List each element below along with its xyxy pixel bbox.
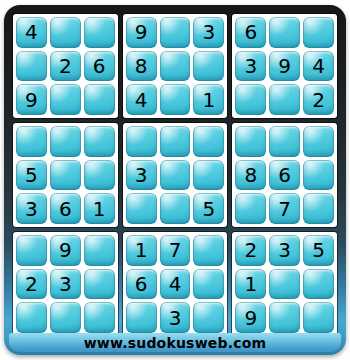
cell-r3c1[interactable]: 9 bbox=[16, 84, 47, 115]
cell-r2c7[interactable]: 3 bbox=[235, 51, 266, 82]
cell-r5c7[interactable]: 8 bbox=[235, 160, 266, 191]
cell-r3c7[interactable] bbox=[235, 84, 266, 115]
cell-r4c4[interactable] bbox=[126, 126, 157, 157]
sudoku-frame: 426993841639425361358679231764323519 www… bbox=[4, 5, 346, 355]
cell-r9c3[interactable] bbox=[84, 302, 115, 333]
cell-r2c9[interactable]: 4 bbox=[303, 51, 334, 82]
cell-r1c6[interactable]: 3 bbox=[193, 17, 224, 48]
box-r2c1: 17643 bbox=[123, 232, 228, 336]
cell-r8c3[interactable] bbox=[84, 269, 115, 300]
cell-r6c8[interactable]: 7 bbox=[269, 193, 300, 224]
cell-r1c5[interactable] bbox=[160, 17, 191, 48]
cell-r9c8[interactable] bbox=[269, 302, 300, 333]
cell-r1c9[interactable] bbox=[303, 17, 334, 48]
cell-r7c5[interactable]: 7 bbox=[160, 235, 191, 266]
sudoku-board: 426993841639425361358679231764323519 bbox=[13, 14, 337, 336]
cell-r3c2[interactable] bbox=[50, 84, 81, 115]
cell-r2c8[interactable]: 9 bbox=[269, 51, 300, 82]
cell-r6c4[interactable] bbox=[126, 193, 157, 224]
cell-r6c1[interactable]: 3 bbox=[16, 193, 47, 224]
cell-r1c7[interactable]: 6 bbox=[235, 17, 266, 48]
cell-r9c6[interactable] bbox=[193, 302, 224, 333]
cell-r7c4[interactable]: 1 bbox=[126, 235, 157, 266]
cell-r7c7[interactable]: 2 bbox=[235, 235, 266, 266]
site-url-link[interactable]: www.sudokusweb.com bbox=[84, 335, 267, 351]
cell-r3c8[interactable] bbox=[269, 84, 300, 115]
cell-r2c2[interactable]: 2 bbox=[50, 51, 81, 82]
box-r0c1: 93841 bbox=[123, 14, 228, 118]
box-r0c0: 4269 bbox=[13, 14, 118, 118]
cell-r1c3[interactable] bbox=[84, 17, 115, 48]
cell-r5c3[interactable] bbox=[84, 160, 115, 191]
cell-r6c5[interactable] bbox=[160, 193, 191, 224]
cell-r6c9[interactable] bbox=[303, 193, 334, 224]
cell-r8c1[interactable]: 2 bbox=[16, 269, 47, 300]
box-r0c2: 63942 bbox=[232, 14, 337, 118]
cell-r4c3[interactable] bbox=[84, 126, 115, 157]
cell-r7c3[interactable] bbox=[84, 235, 115, 266]
cell-r3c4[interactable]: 4 bbox=[126, 84, 157, 115]
cell-r2c5[interactable] bbox=[160, 51, 191, 82]
cell-r9c4[interactable] bbox=[126, 302, 157, 333]
box-r2c2: 23519 bbox=[232, 232, 337, 336]
cell-r6c7[interactable] bbox=[235, 193, 266, 224]
cell-r7c9[interactable]: 5 bbox=[303, 235, 334, 266]
cell-r1c2[interactable] bbox=[50, 17, 81, 48]
cell-r2c4[interactable]: 8 bbox=[126, 51, 157, 82]
cell-r4c7[interactable] bbox=[235, 126, 266, 157]
cell-r8c5[interactable]: 4 bbox=[160, 269, 191, 300]
cell-r5c2[interactable] bbox=[50, 160, 81, 191]
cell-r6c3[interactable]: 1 bbox=[84, 193, 115, 224]
cell-r8c7[interactable]: 1 bbox=[235, 269, 266, 300]
cell-r5c1[interactable]: 5 bbox=[16, 160, 47, 191]
footer-band: www.sudokusweb.com bbox=[9, 333, 341, 352]
cell-r5c6[interactable] bbox=[193, 160, 224, 191]
cell-r4c5[interactable] bbox=[160, 126, 191, 157]
cell-r7c6[interactable] bbox=[193, 235, 224, 266]
box-r1c1: 35 bbox=[123, 123, 228, 227]
cell-r7c2[interactable]: 9 bbox=[50, 235, 81, 266]
box-r1c0: 5361 bbox=[13, 123, 118, 227]
cell-r4c9[interactable] bbox=[303, 126, 334, 157]
cell-r3c9[interactable]: 2 bbox=[303, 84, 334, 115]
cell-r1c8[interactable] bbox=[269, 17, 300, 48]
cell-r4c2[interactable] bbox=[50, 126, 81, 157]
cell-r5c9[interactable] bbox=[303, 160, 334, 191]
cell-r2c3[interactable]: 6 bbox=[84, 51, 115, 82]
cell-r8c8[interactable] bbox=[269, 269, 300, 300]
cell-r8c2[interactable]: 3 bbox=[50, 269, 81, 300]
cell-r1c1[interactable]: 4 bbox=[16, 17, 47, 48]
cell-r3c3[interactable] bbox=[84, 84, 115, 115]
cell-r6c6[interactable]: 5 bbox=[193, 193, 224, 224]
cell-r5c4[interactable]: 3 bbox=[126, 160, 157, 191]
cell-r4c8[interactable] bbox=[269, 126, 300, 157]
cell-r7c1[interactable] bbox=[16, 235, 47, 266]
box-r1c2: 867 bbox=[232, 123, 337, 227]
cell-r3c5[interactable] bbox=[160, 84, 191, 115]
cell-r9c7[interactable]: 9 bbox=[235, 302, 266, 333]
cell-r9c9[interactable] bbox=[303, 302, 334, 333]
cell-r8c4[interactable]: 6 bbox=[126, 269, 157, 300]
cell-r1c4[interactable]: 9 bbox=[126, 17, 157, 48]
cell-r4c6[interactable] bbox=[193, 126, 224, 157]
cell-r9c5[interactable]: 3 bbox=[160, 302, 191, 333]
cell-r7c8[interactable]: 3 bbox=[269, 235, 300, 266]
cell-r4c1[interactable] bbox=[16, 126, 47, 157]
box-r2c0: 923 bbox=[13, 232, 118, 336]
cell-r6c2[interactable]: 6 bbox=[50, 193, 81, 224]
cell-r5c5[interactable] bbox=[160, 160, 191, 191]
cell-r3c6[interactable]: 1 bbox=[193, 84, 224, 115]
cell-r9c1[interactable] bbox=[16, 302, 47, 333]
cell-r2c1[interactable] bbox=[16, 51, 47, 82]
cell-r5c8[interactable]: 6 bbox=[269, 160, 300, 191]
cell-r2c6[interactable] bbox=[193, 51, 224, 82]
cell-r8c6[interactable] bbox=[193, 269, 224, 300]
cell-r8c9[interactable] bbox=[303, 269, 334, 300]
cell-r9c2[interactable] bbox=[50, 302, 81, 333]
